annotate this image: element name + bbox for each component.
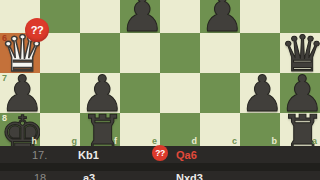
square-d6[interactable] [160, 33, 200, 73]
square-c6[interactable] [200, 33, 240, 73]
square-g7[interactable] [40, 73, 80, 113]
square-d7[interactable] [160, 73, 200, 113]
blunder-badge-board: ?? [25, 18, 49, 42]
square-e5[interactable]: ♟ [120, 0, 160, 33]
square-g8[interactable]: g [40, 113, 80, 146]
square-c5[interactable]: ♟ [200, 0, 240, 33]
move-number-18: 18. [34, 172, 49, 180]
blunder-badge-move-list: ?? [152, 145, 168, 161]
chess-analysis-screen: ♟♟♛6♛♟7♟♟♟♚8hg♜fedcb♜a ?? 17. Kb1 Qa6 18… [0, 0, 320, 180]
square-f5[interactable] [80, 0, 120, 33]
move-white-18[interactable]: a3 [83, 172, 95, 180]
file-label-h: h [32, 137, 38, 146]
square-c8[interactable]: c [200, 113, 240, 146]
file-label-b: b [272, 137, 278, 146]
square-b8[interactable]: b [240, 113, 280, 146]
square-b5[interactable] [240, 0, 280, 33]
square-g6[interactable] [40, 33, 80, 73]
square-f8[interactable]: ♜f [80, 113, 120, 146]
file-label-d: d [192, 137, 198, 146]
move-black-17[interactable]: Qa6 [176, 149, 197, 161]
piece-black-pawn-c5[interactable]: ♟ [200, 0, 240, 34]
square-e6[interactable] [120, 33, 160, 73]
piece-black-pawn-b7[interactable]: ♟ [240, 74, 280, 114]
board-viewport: ♟♟♛6♛♟7♟♟♟♚8hg♜fedcb♜a ?? [0, 0, 320, 146]
square-b7[interactable]: ♟ [240, 73, 280, 113]
chess-board: ♟♟♛6♛♟7♟♟♟♚8hg♜fedcb♜a [0, 0, 320, 146]
rank-label-8: 8 [2, 114, 7, 123]
move-row-divider [0, 163, 320, 171]
square-a8[interactable]: ♜a [280, 113, 320, 146]
square-c7[interactable] [200, 73, 240, 113]
square-e8[interactable]: e [120, 113, 160, 146]
rank-label-7: 7 [2, 74, 7, 83]
square-d5[interactable] [160, 0, 200, 33]
square-e7[interactable] [120, 73, 160, 113]
move-number-17: 17. [32, 149, 47, 161]
file-label-c: c [232, 137, 237, 146]
square-d8[interactable]: d [160, 113, 200, 146]
file-label-f: f [114, 137, 117, 146]
move-black-18[interactable]: Nxd3 [176, 172, 203, 180]
file-label-a: a [312, 137, 317, 146]
rank-label-6: 6 [2, 34, 7, 43]
square-h8[interactable]: ♚8h [0, 113, 40, 146]
file-label-g: g [72, 137, 78, 146]
move-white-17[interactable]: Kb1 [78, 149, 99, 161]
piece-black-pawn-e5[interactable]: ♟ [120, 0, 160, 34]
